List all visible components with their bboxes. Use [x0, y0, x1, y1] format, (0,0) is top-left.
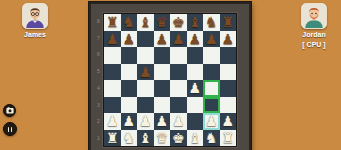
- square-a7[interactable]: ♟: [104, 31, 121, 48]
- square-e4[interactable]: [170, 80, 187, 97]
- rank-label-7: 7: [95, 30, 102, 47]
- file-label-b: b: [120, 149, 137, 150]
- square-e6[interactable]: [170, 47, 187, 64]
- square-h1[interactable]: ♜: [220, 130, 237, 147]
- file-label-d: d: [153, 149, 170, 150]
- black-q-piece: ♛: [155, 15, 168, 29]
- black-p-piece: ♟: [122, 31, 135, 45]
- black-r-piece: ♜: [221, 15, 234, 29]
- square-e8[interactable]: ♚: [170, 14, 187, 31]
- square-b2[interactable]: ♟: [121, 113, 138, 130]
- file-labels: abcdefgh: [103, 149, 237, 150]
- square-a6[interactable]: [104, 47, 121, 64]
- game-screen: { "game": "chess", "position": "rnbqkbnr…: [0, 0, 341, 150]
- square-f7[interactable]: ♟: [187, 31, 204, 48]
- square-d2[interactable]: ♟: [154, 113, 171, 130]
- rank-label-1: 1: [95, 130, 102, 147]
- square-b1[interactable]: ♞: [121, 130, 138, 147]
- square-a8[interactable]: ♜: [104, 14, 121, 31]
- black-r-piece: ♜: [106, 15, 119, 29]
- square-c8[interactable]: ♝: [137, 14, 154, 31]
- black-k-piece: ♚: [172, 15, 185, 29]
- player-left: James: [10, 3, 60, 39]
- square-a2[interactable]: ♟: [104, 113, 121, 130]
- white-b-piece: ♝: [188, 130, 201, 144]
- white-n-piece: ♞: [205, 130, 218, 144]
- square-g6[interactable]: [203, 47, 220, 64]
- square-d3[interactable]: [154, 97, 171, 114]
- white-b-piece: ♝: [139, 130, 152, 144]
- file-label-c: c: [137, 149, 154, 150]
- square-a1[interactable]: ♜: [104, 130, 121, 147]
- square-f4[interactable]: ♟: [187, 80, 204, 97]
- file-label-g: g: [204, 149, 221, 150]
- square-c7[interactable]: [137, 31, 154, 48]
- pause-icon: [8, 127, 13, 132]
- square-c6[interactable]: [137, 47, 154, 64]
- black-b-piece: ♝: [139, 15, 152, 29]
- square-h2[interactable]: ♟: [220, 113, 237, 130]
- square-b8[interactable]: ♞: [121, 14, 138, 31]
- square-d5[interactable]: [154, 64, 171, 81]
- chess-board: ♜♞♝♛♚♝♞♜♟♟♟♟♟♟♟♟♟♟♟♟♟♟♟♟♜♞♝♛♚♝♞♜: [103, 13, 237, 147]
- square-d7[interactable]: ♟: [154, 31, 171, 48]
- player-left-name: James: [10, 31, 60, 39]
- player-right: Jordan [ CPU ]: [291, 3, 337, 49]
- square-d8[interactable]: ♛: [154, 14, 171, 31]
- file-label-f: f: [187, 149, 204, 150]
- white-p-piece: ♟: [122, 114, 135, 128]
- square-d6[interactable]: [154, 47, 171, 64]
- square-f8[interactable]: ♝: [187, 14, 204, 31]
- square-b6[interactable]: [121, 47, 138, 64]
- player-right-cpu-tag: [ CPU ]: [291, 41, 337, 49]
- black-n-piece: ♞: [122, 15, 135, 29]
- square-h8[interactable]: ♜: [220, 14, 237, 31]
- white-k-piece: ♚: [172, 130, 185, 144]
- black-b-piece: ♝: [188, 15, 201, 29]
- square-e5[interactable]: [170, 64, 187, 81]
- black-p-piece: ♟: [172, 31, 185, 45]
- white-p-piece: ♟: [106, 114, 119, 128]
- square-a5[interactable]: [104, 64, 121, 81]
- square-g8[interactable]: ♞: [203, 14, 220, 31]
- square-b4[interactable]: [121, 80, 138, 97]
- white-p-piece: ♟: [172, 114, 185, 128]
- square-c1[interactable]: ♝: [137, 130, 154, 147]
- white-q-piece: ♛: [155, 130, 168, 144]
- rank-label-2: 2: [95, 114, 102, 131]
- square-c2[interactable]: ♟: [137, 113, 154, 130]
- black-n-piece: ♞: [205, 15, 218, 29]
- file-label-a: a: [103, 149, 120, 150]
- square-f6[interactable]: [187, 47, 204, 64]
- square-f5[interactable]: [187, 64, 204, 81]
- square-e3[interactable]: [170, 97, 187, 114]
- player-right-name: Jordan: [291, 31, 337, 39]
- rank-labels: 87654321: [95, 13, 102, 147]
- square-b3[interactable]: [121, 97, 138, 114]
- board-frame: 87654321 ♜♞♝♛♚♝♞♜♟♟♟♟♟♟♟♟♟♟♟♟♟♟♟♟♜♞♝♛♚♝♞…: [89, 2, 251, 150]
- square-e1[interactable]: ♚: [170, 130, 187, 147]
- avatar-jordan: [301, 3, 327, 29]
- square-d4[interactable]: [154, 80, 171, 97]
- black-p-piece: ♟: [188, 31, 201, 45]
- rank-label-5: 5: [95, 63, 102, 80]
- camera-button[interactable]: [3, 104, 16, 117]
- black-p-piece: ♟: [106, 31, 119, 45]
- square-f1[interactable]: ♝: [187, 130, 204, 147]
- white-r-piece: ♜: [106, 130, 119, 144]
- square-c4[interactable]: [137, 80, 154, 97]
- square-g1[interactable]: ♞: [203, 130, 220, 147]
- black-p-piece: ♟: [139, 64, 152, 78]
- square-h3[interactable]: [220, 97, 237, 114]
- square-c3[interactable]: [137, 97, 154, 114]
- square-h6[interactable]: [220, 47, 237, 64]
- white-p-piece: ♟: [155, 114, 168, 128]
- square-b5[interactable]: [121, 64, 138, 81]
- square-h4[interactable]: [220, 80, 237, 97]
- square-h5[interactable]: [220, 64, 237, 81]
- rank-label-3: 3: [95, 97, 102, 114]
- square-c5[interactable]: ♟: [137, 64, 154, 81]
- square-f2[interactable]: [187, 113, 204, 130]
- pause-button[interactable]: [3, 122, 17, 136]
- square-g3[interactable]: [203, 97, 220, 114]
- file-label-h: h: [220, 149, 237, 150]
- james-avatar-image: [23, 4, 47, 28]
- avatar-james: [22, 3, 48, 29]
- square-a3[interactable]: [104, 97, 121, 114]
- square-e7[interactable]: ♟: [170, 31, 187, 48]
- square-e2[interactable]: ♟: [170, 113, 187, 130]
- square-b7[interactable]: ♟: [121, 31, 138, 48]
- rank-label-6: 6: [95, 47, 102, 64]
- white-p-piece: ♟: [221, 114, 234, 128]
- square-h7[interactable]: ♟: [220, 31, 237, 48]
- square-f3[interactable]: [187, 97, 204, 114]
- square-d1[interactable]: ♛: [154, 130, 171, 147]
- white-n-piece: ♞: [122, 130, 135, 144]
- square-g4[interactable]: [203, 80, 220, 97]
- file-label-e: e: [170, 149, 187, 150]
- square-g2[interactable]: ♟: [203, 113, 220, 130]
- white-r-piece: ♜: [221, 130, 234, 144]
- white-p-piece: ♟: [139, 114, 152, 128]
- white-p-piece: ♟: [205, 114, 218, 128]
- square-g7[interactable]: ♟: [203, 31, 220, 48]
- camera-icon: [6, 107, 14, 114]
- jordan-avatar-image: [302, 4, 326, 28]
- square-a4[interactable]: [104, 80, 121, 97]
- black-p-piece: ♟: [155, 31, 168, 45]
- white-p-piece: ♟: [188, 81, 201, 95]
- square-g5[interactable]: [203, 64, 220, 81]
- rank-label-8: 8: [95, 13, 102, 30]
- black-p-piece: ♟: [205, 31, 218, 45]
- black-p-piece: ♟: [221, 31, 234, 45]
- rank-label-4: 4: [95, 80, 102, 97]
